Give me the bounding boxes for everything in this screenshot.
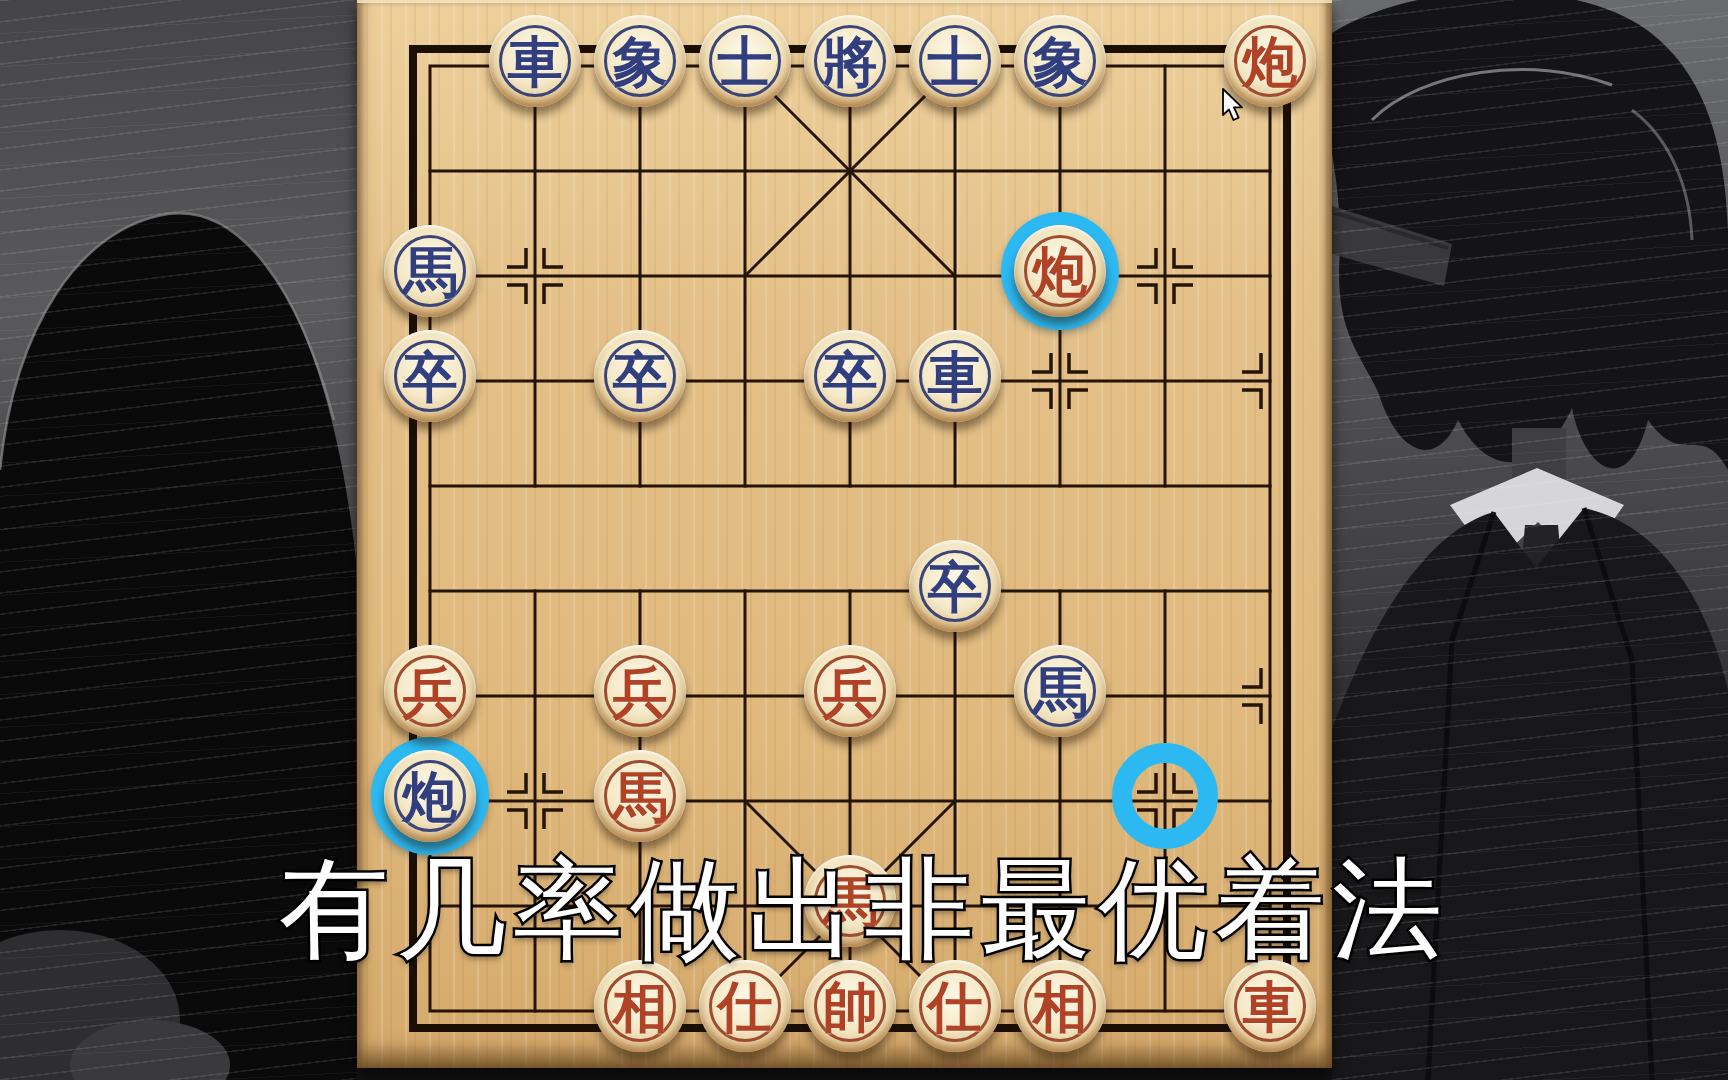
- piece-glyph: 炮: [1033, 244, 1088, 299]
- piece-glyph: 兵: [403, 664, 458, 719]
- piece-glyph: 士: [718, 34, 773, 89]
- piece-red-馬[interactable]: 馬: [594, 750, 686, 842]
- piece-glyph: 象: [613, 34, 668, 89]
- piece-glyph: 兵: [823, 664, 878, 719]
- piece-black-象[interactable]: 象: [1014, 15, 1106, 107]
- piece-black-卒[interactable]: 卒: [804, 330, 896, 422]
- piece-glyph: 車: [508, 34, 563, 89]
- piece-black-將[interactable]: 將: [804, 15, 896, 107]
- piece-glyph: 車: [1243, 979, 1298, 1034]
- piece-glyph: 仕: [928, 979, 983, 1034]
- piece-glyph: 馬: [403, 244, 458, 299]
- piece-glyph: 將: [823, 34, 878, 89]
- piece-black-馬[interactable]: 馬: [1014, 645, 1106, 737]
- piece-black-士[interactable]: 士: [909, 15, 1001, 107]
- piece-glyph: 相: [1033, 979, 1088, 1034]
- piece-glyph: 卒: [823, 349, 878, 404]
- character-jacket: [1332, 508, 1728, 1080]
- piece-glyph: 仕: [718, 979, 773, 1034]
- piece-glyph: 象: [1033, 34, 1088, 89]
- piece-black-卒[interactable]: 卒: [594, 330, 686, 422]
- piece-black-車[interactable]: 車: [909, 330, 1001, 422]
- piece-glyph: 士: [928, 34, 983, 89]
- piece-red-兵[interactable]: 兵: [804, 645, 896, 737]
- piece-red-兵[interactable]: 兵: [384, 645, 476, 737]
- piece-red-兵[interactable]: 兵: [594, 645, 686, 737]
- piece-glyph: 相: [613, 979, 668, 1034]
- piece-glyph: 馬: [613, 769, 668, 824]
- piece-glyph: 卒: [403, 349, 458, 404]
- piece-glyph: 卒: [928, 559, 983, 614]
- piece-glyph: 卒: [613, 349, 668, 404]
- piece-black-象[interactable]: 象: [594, 15, 686, 107]
- piece-black-士[interactable]: 士: [699, 15, 791, 107]
- piece-glyph: 炮: [403, 769, 458, 824]
- piece-glyph: 帥: [823, 979, 878, 1034]
- last-move-origin-ring: [1112, 743, 1218, 849]
- piece-glyph: 車: [928, 349, 983, 404]
- piece-black-車[interactable]: 車: [489, 15, 581, 107]
- piece-black-卒[interactable]: 卒: [384, 330, 476, 422]
- piece-red-炮[interactable]: 炮: [1224, 15, 1316, 107]
- piece-red-炮[interactable]: 炮: [1014, 225, 1106, 317]
- piece-black-馬[interactable]: 馬: [384, 225, 476, 317]
- game-screenshot: 車象士將士象炮馬炮卒卒卒車卒兵兵兵馬炮馬馬相仕帥仕相車 有几率做出非最优着法: [0, 0, 1728, 1080]
- piece-glyph: 馬: [1033, 664, 1088, 719]
- piece-glyph: 炮: [1243, 34, 1298, 89]
- piece-black-炮[interactable]: 炮: [384, 750, 476, 842]
- piece-black-卒[interactable]: 卒: [909, 540, 1001, 632]
- piece-glyph: 兵: [613, 664, 668, 719]
- subtitle-caption: 有几率做出非最优着法: [279, 836, 1449, 985]
